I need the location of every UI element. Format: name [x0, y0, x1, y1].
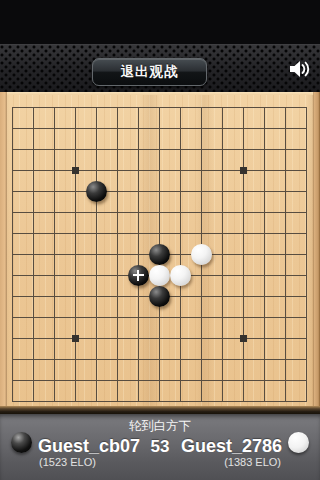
white-player-elo: (1383 ELO) [224, 456, 281, 468]
status-bar [0, 0, 320, 44]
go-board [0, 92, 320, 414]
star-point [72, 335, 79, 342]
exit-spectate-button[interactable]: 退出观战 [92, 58, 207, 86]
status-panel: 轮到白方下 Guest_cb07 (1523 ELO) 53 Guest_278… [0, 414, 320, 480]
black-stone [149, 286, 170, 307]
speaker-icon[interactable] [288, 58, 312, 80]
grid-line-horizontal [12, 359, 307, 360]
black-stone [86, 181, 107, 202]
grid-line-horizontal [12, 401, 307, 402]
white-stone [170, 265, 191, 286]
grid-line-vertical [180, 107, 181, 402]
grid-line-vertical [222, 107, 223, 402]
board-edge-bottom [0, 406, 320, 414]
app-screen: 退出观战 轮到白方下 Guest_cb07 (1523 ELO) 53 Gues… [0, 0, 320, 480]
grid-line-vertical [264, 107, 265, 402]
grid-line-horizontal [12, 317, 307, 318]
board-edge-left [0, 92, 7, 414]
star-point [72, 167, 79, 174]
star-point [240, 335, 247, 342]
top-bar: 退出观战 [0, 44, 320, 92]
white-player-name: Guest_2786 [181, 436, 282, 457]
white-player-stone-icon [288, 432, 309, 453]
board-edge-top [0, 92, 320, 95]
turn-indicator: 轮到白方下 [0, 418, 320, 435]
last-move-marker [128, 265, 149, 286]
white-stone [149, 265, 170, 286]
black-player-elo: (1523 ELO) [39, 456, 96, 468]
grid-line-vertical [306, 107, 307, 402]
grid-line-horizontal [12, 338, 307, 339]
board-edge-right [313, 92, 320, 414]
black-stone [128, 265, 149, 286]
grid-line-horizontal [12, 380, 307, 381]
grid-line-vertical [285, 107, 286, 402]
black-stone [149, 244, 170, 265]
grid-line-vertical [243, 107, 244, 402]
star-point [240, 167, 247, 174]
white-stone [191, 244, 212, 265]
